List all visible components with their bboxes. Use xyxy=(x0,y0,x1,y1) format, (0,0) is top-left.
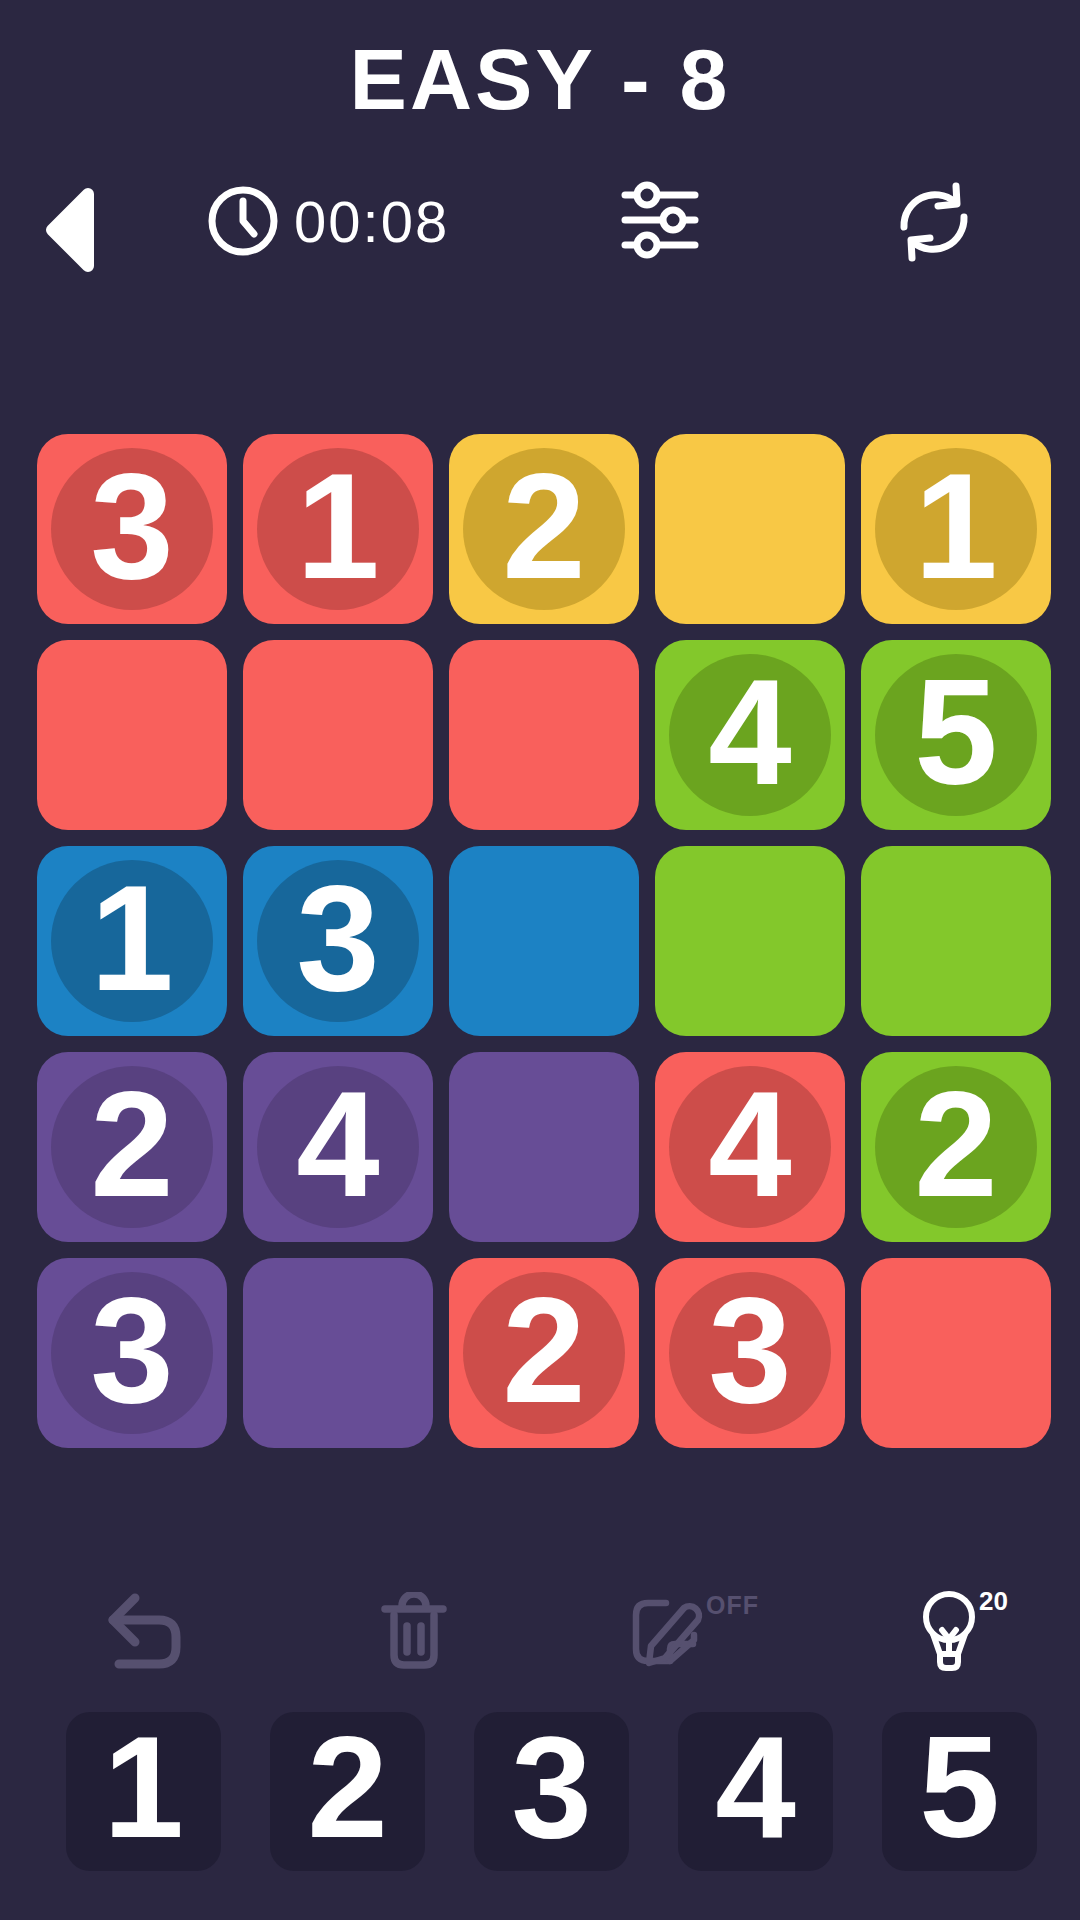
hint-count: 20 xyxy=(979,1588,1008,1614)
undo-button[interactable] xyxy=(103,1593,185,1669)
back-button[interactable] xyxy=(42,185,98,275)
cell-number: 1 xyxy=(861,434,1051,624)
board-cell-r3c5[interactable] xyxy=(861,846,1051,1036)
lightbulb-icon xyxy=(922,1590,976,1676)
board-cell-r1c1[interactable]: 3 xyxy=(37,434,227,624)
board-cell-r4c3[interactable] xyxy=(449,1052,639,1242)
board-cell-r2c1[interactable] xyxy=(37,640,227,830)
pencil-state-label: OFF xyxy=(706,1593,759,1618)
board-cell-r4c2[interactable]: 4 xyxy=(243,1052,433,1242)
cell-number: 2 xyxy=(861,1052,1051,1242)
cell-number: 2 xyxy=(449,1258,639,1448)
cell-number: 3 xyxy=(37,434,227,624)
cell-number: 1 xyxy=(243,434,433,624)
board-cell-r4c5[interactable]: 2 xyxy=(861,1052,1051,1242)
cell-number: 4 xyxy=(243,1052,433,1242)
board-cell-r1c4[interactable] xyxy=(655,434,845,624)
board-cell-r5c5[interactable] xyxy=(861,1258,1051,1448)
cell-number: 3 xyxy=(37,1258,227,1448)
undo-icon xyxy=(103,1593,185,1669)
cell-number: 5 xyxy=(861,640,1051,830)
board-cell-r4c4[interactable]: 4 xyxy=(655,1052,845,1242)
board-cell-r3c1[interactable]: 1 xyxy=(37,846,227,1036)
timer: 00:08 xyxy=(208,182,449,260)
clock-icon xyxy=(208,186,278,256)
board-cell-r1c5[interactable]: 1 xyxy=(861,434,1051,624)
refresh-icon xyxy=(891,179,977,265)
restart-button[interactable] xyxy=(891,179,977,265)
hint-button[interactable]: 20 xyxy=(922,1590,976,1676)
number-button-1[interactable]: 1 xyxy=(66,1712,221,1871)
pencil-button[interactable]: OFF xyxy=(624,1591,704,1671)
back-icon xyxy=(42,185,98,275)
trash-icon xyxy=(379,1592,449,1672)
number-button-2[interactable]: 2 xyxy=(270,1712,425,1871)
settings-button[interactable] xyxy=(620,180,700,260)
delete-button[interactable] xyxy=(379,1592,449,1672)
board-cell-r1c3[interactable]: 2 xyxy=(449,434,639,624)
board-cell-r1c2[interactable]: 1 xyxy=(243,434,433,624)
timer-value: 00:08 xyxy=(294,188,449,255)
page-title: EASY - 8 xyxy=(0,32,1080,127)
board-cell-r2c2[interactable] xyxy=(243,640,433,830)
board: 312145132442323 xyxy=(37,434,1051,1448)
board-cell-r5c1[interactable]: 3 xyxy=(37,1258,227,1448)
board-cell-r3c3[interactable] xyxy=(449,846,639,1036)
cell-number: 3 xyxy=(243,846,433,1036)
cell-number: 2 xyxy=(449,434,639,624)
number-button-3[interactable]: 3 xyxy=(474,1712,629,1871)
board-cell-r3c2[interactable]: 3 xyxy=(243,846,433,1036)
board-cell-r3c4[interactable] xyxy=(655,846,845,1036)
game-screen: EASY - 8 00:08 xyxy=(0,0,1080,1920)
board-cell-r2c3[interactable] xyxy=(449,640,639,830)
cell-number: 4 xyxy=(655,640,845,830)
board-cell-r2c4[interactable]: 4 xyxy=(655,640,845,830)
number-button-4[interactable]: 4 xyxy=(678,1712,833,1871)
cell-number: 2 xyxy=(37,1052,227,1242)
sliders-icon xyxy=(620,180,700,260)
board-cell-r5c4[interactable]: 3 xyxy=(655,1258,845,1448)
number-buttons: 12345 xyxy=(66,1712,1037,1871)
board-cell-r5c3[interactable]: 2 xyxy=(449,1258,639,1448)
cell-number: 3 xyxy=(655,1258,845,1448)
edit-pencil-icon xyxy=(624,1591,704,1671)
cell-number: 1 xyxy=(37,846,227,1036)
board-cell-r4c1[interactable]: 2 xyxy=(37,1052,227,1242)
board-cell-r5c2[interactable] xyxy=(243,1258,433,1448)
number-button-5[interactable]: 5 xyxy=(882,1712,1037,1871)
cell-number: 4 xyxy=(655,1052,845,1242)
board-cell-r2c5[interactable]: 5 xyxy=(861,640,1051,830)
